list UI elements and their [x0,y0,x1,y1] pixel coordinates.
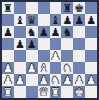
square-b2[interactable]: ♟ [14,74,26,86]
square-b8[interactable] [14,2,26,14]
square-f7[interactable]: ♟ [61,14,73,26]
piece-black-pawn: ♟ [3,26,13,37]
square-c4[interactable] [26,50,38,62]
piece-black-knight: ♞ [62,26,72,37]
square-a3[interactable]: ♟ [2,62,14,74]
chess-board-frame: ♜♜♚♝♛♝♟♟♟♟♞♟♟♞♟♟♟♟♟♝♞♟♟♟♞♟♟♟♜♛♜♚ [0,0,99,100]
piece-white-pawn: ♟ [15,74,25,85]
square-d4[interactable] [38,50,50,62]
piece-white-queen: ♛ [39,86,49,97]
piece-black-rook: ♜ [62,2,72,13]
square-g5[interactable] [73,38,85,50]
piece-white-pawn: ♟ [27,62,37,73]
piece-black-pawn: ♟ [51,26,61,37]
square-f2[interactable]: ♟ [61,74,73,86]
square-d6[interactable]: ♟ [38,26,50,38]
square-d8[interactable] [38,2,50,14]
square-f1[interactable] [61,86,73,98]
square-g4[interactable] [73,50,85,62]
square-b7[interactable]: ♝ [14,14,26,26]
piece-black-pawn: ♟ [62,14,72,25]
piece-black-king: ♚ [74,2,84,13]
square-e2[interactable]: ♞ [50,74,62,86]
square-h8[interactable] [85,2,97,14]
square-h4[interactable] [85,50,97,62]
square-c1[interactable] [26,86,38,98]
square-h3[interactable] [85,62,97,74]
piece-white-pawn: ♟ [74,74,84,85]
square-a5[interactable] [2,38,14,50]
square-b4[interactable] [14,50,26,62]
piece-white-king: ♚ [74,86,84,97]
square-d3[interactable]: ♝ [38,62,50,74]
square-a4[interactable] [2,50,14,62]
piece-black-bishop: ♝ [15,14,25,25]
square-b5[interactable]: ♟ [14,38,26,50]
square-e4[interactable]: ♟ [50,50,62,62]
square-h5[interactable] [85,38,97,50]
square-h1[interactable] [85,86,97,98]
square-a6[interactable]: ♟ [2,26,14,38]
square-c5[interactable]: ♟ [26,38,38,50]
piece-white-pawn: ♟ [62,74,72,85]
piece-black-bishop: ♝ [51,14,61,25]
square-d7[interactable] [38,14,50,26]
square-g1[interactable]: ♚ [73,86,85,98]
square-e5[interactable] [50,38,62,50]
square-f5[interactable] [61,38,73,50]
square-h7[interactable]: ♟ [85,14,97,26]
square-f3[interactable]: ♞ [61,62,73,74]
square-a1[interactable]: ♜ [2,86,14,98]
square-e1[interactable]: ♜ [50,86,62,98]
piece-black-knight: ♞ [27,26,37,37]
piece-black-pawn: ♟ [15,38,25,49]
square-d5[interactable] [38,38,50,50]
square-b3[interactable] [14,62,26,74]
square-e7[interactable]: ♝ [50,14,62,26]
square-f8[interactable]: ♜ [61,2,73,14]
piece-white-pawn: ♟ [3,62,13,73]
square-c8[interactable] [26,2,38,14]
chess-board: ♜♜♚♝♛♝♟♟♟♟♞♟♟♞♟♟♟♟♟♝♞♟♟♟♞♟♟♟♜♛♜♚ [2,2,97,98]
square-e6[interactable]: ♟ [50,26,62,38]
piece-white-rook: ♜ [3,86,13,97]
square-h6[interactable] [85,26,97,38]
square-c6[interactable]: ♞ [26,26,38,38]
piece-white-rook: ♜ [51,86,61,97]
square-g7[interactable]: ♟ [73,14,85,26]
square-g8[interactable]: ♚ [73,2,85,14]
square-d1[interactable]: ♛ [38,86,50,98]
square-h2[interactable]: ♟ [85,74,97,86]
square-d2[interactable]: ♟ [38,74,50,86]
square-e3[interactable] [50,62,62,74]
square-c3[interactable]: ♟ [26,62,38,74]
piece-white-knight: ♞ [51,74,61,85]
square-g6[interactable] [73,26,85,38]
piece-white-pawn: ♟ [39,74,49,85]
piece-white-pawn: ♟ [86,74,96,85]
piece-black-queen: ♛ [27,14,37,25]
square-c7[interactable]: ♛ [26,14,38,26]
square-g3[interactable] [73,62,85,74]
piece-black-pawn: ♟ [39,26,49,37]
square-g2[interactable]: ♟ [73,74,85,86]
piece-white-pawn: ♟ [3,74,13,85]
piece-black-rook: ♜ [3,2,13,13]
piece-black-pawn: ♟ [74,14,84,25]
piece-white-knight: ♞ [62,62,72,73]
piece-black-pawn: ♟ [27,38,37,49]
square-a2[interactable]: ♟ [2,74,14,86]
square-c2[interactable] [26,74,38,86]
square-b6[interactable] [14,26,26,38]
square-e8[interactable] [50,2,62,14]
piece-white-pawn: ♟ [51,50,61,61]
piece-white-bishop: ♝ [39,62,49,73]
square-b1[interactable] [14,86,26,98]
square-a8[interactable]: ♜ [2,2,14,14]
square-f6[interactable]: ♞ [61,26,73,38]
piece-black-pawn: ♟ [86,14,96,25]
square-a7[interactable] [2,14,14,26]
square-f4[interactable] [61,50,73,62]
